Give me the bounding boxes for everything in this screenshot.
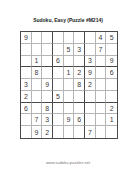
cell-r5c2 xyxy=(32,79,43,91)
cell-r6c8 xyxy=(96,91,107,103)
cell-r1c3 xyxy=(42,32,53,44)
cell-r2c5: 5 xyxy=(64,44,75,56)
cell-r8c3: 3 xyxy=(42,114,53,126)
cell-r4c4 xyxy=(53,67,64,79)
cell-r9c3: 2 xyxy=(42,126,53,138)
cell-r7c6 xyxy=(74,103,85,115)
cell-r7c9: 2 xyxy=(106,103,117,115)
cell-r4c9: 6 xyxy=(106,67,117,79)
cell-r6c4: 5 xyxy=(53,91,64,103)
cell-r7c8 xyxy=(96,103,107,115)
cell-r8c8 xyxy=(96,114,107,126)
cell-r6c5 xyxy=(64,91,75,103)
cell-r3c5 xyxy=(64,56,75,68)
cell-r8c7 xyxy=(85,114,96,126)
cell-r6c2 xyxy=(32,91,43,103)
cell-r4c3 xyxy=(42,67,53,79)
cell-r2c6: 3 xyxy=(74,44,85,56)
cell-r2c3 xyxy=(42,44,53,56)
cell-r6c7 xyxy=(85,91,96,103)
cell-r7c7 xyxy=(85,103,96,115)
cell-r9c6 xyxy=(74,126,85,138)
cell-r5c9 xyxy=(106,79,117,91)
cell-r3c8 xyxy=(96,56,107,68)
cell-r8c2: 7 xyxy=(32,114,43,126)
cell-r8c6: 6 xyxy=(74,114,85,126)
cell-r3c4: 6 xyxy=(53,56,64,68)
cell-r1c2 xyxy=(32,32,43,44)
cell-r1c8: 4 xyxy=(96,32,107,44)
cell-r6c9 xyxy=(106,91,117,103)
cell-r9c4 xyxy=(53,126,64,138)
cell-r9c8 xyxy=(96,126,107,138)
cell-r1c9: 5 xyxy=(106,32,117,44)
cell-r3c2: 1 xyxy=(32,56,43,68)
cell-r8c4 xyxy=(53,114,64,126)
cell-r2c1 xyxy=(21,44,32,56)
cell-r4c7: 9 xyxy=(85,67,96,79)
cell-r9c1 xyxy=(21,126,32,138)
cell-r5c5 xyxy=(64,79,75,91)
puzzle-title: Sudoku, Easy (Puzzle #M214) xyxy=(0,17,136,23)
cell-r2c2 xyxy=(32,44,43,56)
cell-r4c6: 2 xyxy=(74,67,85,79)
cell-r9c7: 7 xyxy=(85,126,96,138)
cell-r5c1: 3 xyxy=(21,79,32,91)
cell-r1c4 xyxy=(53,32,64,44)
cell-r5c4 xyxy=(53,79,64,91)
cell-r1c6 xyxy=(74,32,85,44)
cell-r5c3: 9 xyxy=(42,79,53,91)
cell-r3c7: 3 xyxy=(85,56,96,68)
sudoku-board: 94553716398129639822568273961927 xyxy=(20,31,118,139)
cell-r3c1 xyxy=(21,56,32,68)
cell-r7c1: 6 xyxy=(21,103,32,115)
cell-r6c1: 2 xyxy=(21,91,32,103)
cell-r5c7: 2 xyxy=(85,79,96,91)
cell-r3c6 xyxy=(74,56,85,68)
cell-r2c7 xyxy=(85,44,96,56)
cell-r8c1 xyxy=(21,114,32,126)
cell-r8c5: 9 xyxy=(64,114,75,126)
cell-r5c8 xyxy=(96,79,107,91)
cell-r9c9 xyxy=(106,126,117,138)
cell-r2c4 xyxy=(53,44,64,56)
footer-url: www.sudoku-puzzles.net xyxy=(0,160,136,165)
cell-r4c5: 1 xyxy=(64,67,75,79)
cell-r7c5 xyxy=(64,103,75,115)
cell-r7c2 xyxy=(32,103,43,115)
cell-r2c9 xyxy=(106,44,117,56)
cell-r9c2: 9 xyxy=(32,126,43,138)
cell-r1c5 xyxy=(64,32,75,44)
cell-r7c4 xyxy=(53,103,64,115)
cell-r1c7 xyxy=(85,32,96,44)
cell-r8c9: 1 xyxy=(106,114,117,126)
cell-r4c2: 8 xyxy=(32,67,43,79)
cell-r9c5 xyxy=(64,126,75,138)
cell-r4c8 xyxy=(96,67,107,79)
cell-r1c1: 9 xyxy=(21,32,32,44)
cell-r5c6: 8 xyxy=(74,79,85,91)
cell-r6c3 xyxy=(42,91,53,103)
cell-r7c3: 8 xyxy=(42,103,53,115)
cell-r3c9: 9 xyxy=(106,56,117,68)
cell-r2c8: 7 xyxy=(96,44,107,56)
cell-r6c6 xyxy=(74,91,85,103)
cell-r3c3 xyxy=(42,56,53,68)
cell-r4c1 xyxy=(21,67,32,79)
